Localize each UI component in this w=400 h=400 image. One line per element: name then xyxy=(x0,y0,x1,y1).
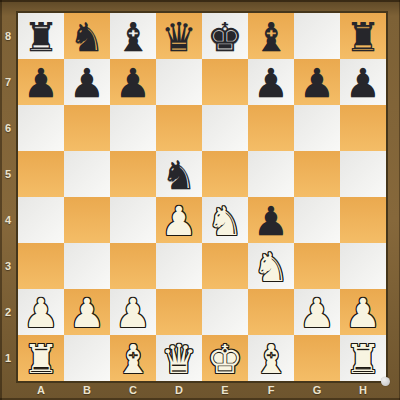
rank-label-8: 8 xyxy=(0,13,16,59)
square-d3[interactable] xyxy=(156,243,202,289)
square-a5[interactable] xyxy=(18,151,64,197)
square-h3[interactable] xyxy=(340,243,386,289)
square-c4[interactable] xyxy=(110,197,156,243)
square-d2[interactable] xyxy=(156,289,202,335)
square-c6[interactable] xyxy=(110,105,156,151)
square-f5[interactable] xyxy=(248,151,294,197)
piece-black-pawn[interactable]: ♟ xyxy=(23,63,59,103)
file-label-c: C xyxy=(110,383,156,399)
square-f8[interactable]: ♝ xyxy=(248,13,294,59)
square-c8[interactable]: ♝ xyxy=(110,13,156,59)
square-f6[interactable] xyxy=(248,105,294,151)
square-h8[interactable]: ♜ xyxy=(340,13,386,59)
square-f1[interactable]: ♝ xyxy=(248,335,294,381)
rank-label-3: 3 xyxy=(0,243,16,289)
square-d8[interactable]: ♛ xyxy=(156,13,202,59)
piece-white-rook[interactable]: ♜ xyxy=(23,339,59,379)
square-e8[interactable]: ♚ xyxy=(202,13,248,59)
piece-white-queen[interactable]: ♛ xyxy=(161,339,197,379)
file-label-e: E xyxy=(202,383,248,399)
piece-black-bishop[interactable]: ♝ xyxy=(115,17,151,57)
square-e7[interactable] xyxy=(202,59,248,105)
piece-white-pawn[interactable]: ♟ xyxy=(23,293,59,333)
piece-black-pawn[interactable]: ♟ xyxy=(115,63,151,103)
square-a6[interactable] xyxy=(18,105,64,151)
piece-white-pawn[interactable]: ♟ xyxy=(69,293,105,333)
square-e6[interactable] xyxy=(202,105,248,151)
square-d6[interactable] xyxy=(156,105,202,151)
square-d5[interactable]: ♞ xyxy=(156,151,202,197)
square-a1[interactable]: ♜ xyxy=(18,335,64,381)
square-b2[interactable]: ♟ xyxy=(64,289,110,335)
square-a8[interactable]: ♜ xyxy=(18,13,64,59)
square-b6[interactable] xyxy=(64,105,110,151)
piece-white-pawn[interactable]: ♟ xyxy=(115,293,151,333)
square-b1[interactable] xyxy=(64,335,110,381)
file-label-g: G xyxy=(294,383,340,399)
square-h7[interactable]: ♟ xyxy=(340,59,386,105)
square-c1[interactable]: ♝ xyxy=(110,335,156,381)
square-g3[interactable] xyxy=(294,243,340,289)
rank-label-1: 1 xyxy=(0,335,16,381)
piece-black-rook[interactable]: ♜ xyxy=(345,17,381,57)
rank-label-2: 2 xyxy=(0,289,16,335)
piece-white-bishop[interactable]: ♝ xyxy=(115,339,151,379)
square-b7[interactable]: ♟ xyxy=(64,59,110,105)
square-e3[interactable] xyxy=(202,243,248,289)
square-g5[interactable] xyxy=(294,151,340,197)
rank-label-5: 5 xyxy=(0,151,16,197)
square-h4[interactable] xyxy=(340,197,386,243)
piece-white-rook[interactable]: ♜ xyxy=(345,339,381,379)
square-e1[interactable]: ♚ xyxy=(202,335,248,381)
square-f4[interactable]: ♟ xyxy=(248,197,294,243)
square-e2[interactable] xyxy=(202,289,248,335)
piece-white-king[interactable]: ♚ xyxy=(207,339,243,379)
square-e5[interactable] xyxy=(202,151,248,197)
square-b8[interactable]: ♞ xyxy=(64,13,110,59)
square-g8[interactable] xyxy=(294,13,340,59)
square-c2[interactable]: ♟ xyxy=(110,289,156,335)
piece-black-pawn[interactable]: ♟ xyxy=(345,63,381,103)
rank-label-7: 7 xyxy=(0,59,16,105)
file-label-b: B xyxy=(64,383,110,399)
square-g6[interactable] xyxy=(294,105,340,151)
square-h6[interactable] xyxy=(340,105,386,151)
piece-black-queen[interactable]: ♛ xyxy=(161,17,197,57)
square-a7[interactable]: ♟ xyxy=(18,59,64,105)
chess-board-frame: ♜♞♝♛♚♝♜♟♟♟♟♟♟♞♟♞♟♞♟♟♟♟♟♜♝♛♚♝♜ 87654321 A… xyxy=(0,0,400,400)
square-d7[interactable] xyxy=(156,59,202,105)
square-f7[interactable]: ♟ xyxy=(248,59,294,105)
rank-label-6: 6 xyxy=(0,105,16,151)
rank-label-4: 4 xyxy=(0,197,16,243)
file-labels: ABCDEFGH xyxy=(18,383,386,399)
rank-labels: 87654321 xyxy=(0,13,16,381)
square-g7[interactable]: ♟ xyxy=(294,59,340,105)
piece-black-pawn[interactable]: ♟ xyxy=(69,63,105,103)
piece-black-knight[interactable]: ♞ xyxy=(161,155,197,195)
square-h2[interactable]: ♟ xyxy=(340,289,386,335)
square-b5[interactable] xyxy=(64,151,110,197)
corner-dot-icon xyxy=(381,377,390,386)
square-d1[interactable]: ♛ xyxy=(156,335,202,381)
square-g4[interactable] xyxy=(294,197,340,243)
file-label-a: A xyxy=(18,383,64,399)
square-a2[interactable]: ♟ xyxy=(18,289,64,335)
piece-white-knight[interactable]: ♞ xyxy=(207,201,243,241)
file-label-h: H xyxy=(340,383,386,399)
piece-white-pawn[interactable]: ♟ xyxy=(161,201,197,241)
square-b4[interactable] xyxy=(64,197,110,243)
square-h5[interactable] xyxy=(340,151,386,197)
piece-black-pawn[interactable]: ♟ xyxy=(253,63,289,103)
piece-white-bishop[interactable]: ♝ xyxy=(253,339,289,379)
square-e4[interactable]: ♞ xyxy=(202,197,248,243)
square-a4[interactable] xyxy=(18,197,64,243)
piece-black-rook[interactable]: ♜ xyxy=(23,17,59,57)
piece-black-knight[interactable]: ♞ xyxy=(69,17,105,57)
square-f2[interactable] xyxy=(248,289,294,335)
piece-white-pawn[interactable]: ♟ xyxy=(299,293,335,333)
piece-black-king[interactable]: ♚ xyxy=(207,17,243,57)
square-c3[interactable] xyxy=(110,243,156,289)
file-label-f: F xyxy=(248,383,294,399)
square-c5[interactable] xyxy=(110,151,156,197)
square-a3[interactable] xyxy=(18,243,64,289)
square-f3[interactable]: ♞ xyxy=(248,243,294,289)
piece-black-bishop[interactable]: ♝ xyxy=(253,17,289,57)
piece-white-pawn[interactable]: ♟ xyxy=(345,293,381,333)
piece-black-pawn[interactable]: ♟ xyxy=(253,201,289,241)
piece-black-pawn[interactable]: ♟ xyxy=(299,63,335,103)
chess-board: ♜♞♝♛♚♝♜♟♟♟♟♟♟♞♟♞♟♞♟♟♟♟♟♜♝♛♚♝♜ xyxy=(16,11,388,383)
square-d4[interactable]: ♟ xyxy=(156,197,202,243)
square-b3[interactable] xyxy=(64,243,110,289)
square-g1[interactable] xyxy=(294,335,340,381)
square-h1[interactable]: ♜ xyxy=(340,335,386,381)
square-c7[interactable]: ♟ xyxy=(110,59,156,105)
piece-white-knight[interactable]: ♞ xyxy=(253,247,289,287)
square-g2[interactable]: ♟ xyxy=(294,289,340,335)
file-label-d: D xyxy=(156,383,202,399)
